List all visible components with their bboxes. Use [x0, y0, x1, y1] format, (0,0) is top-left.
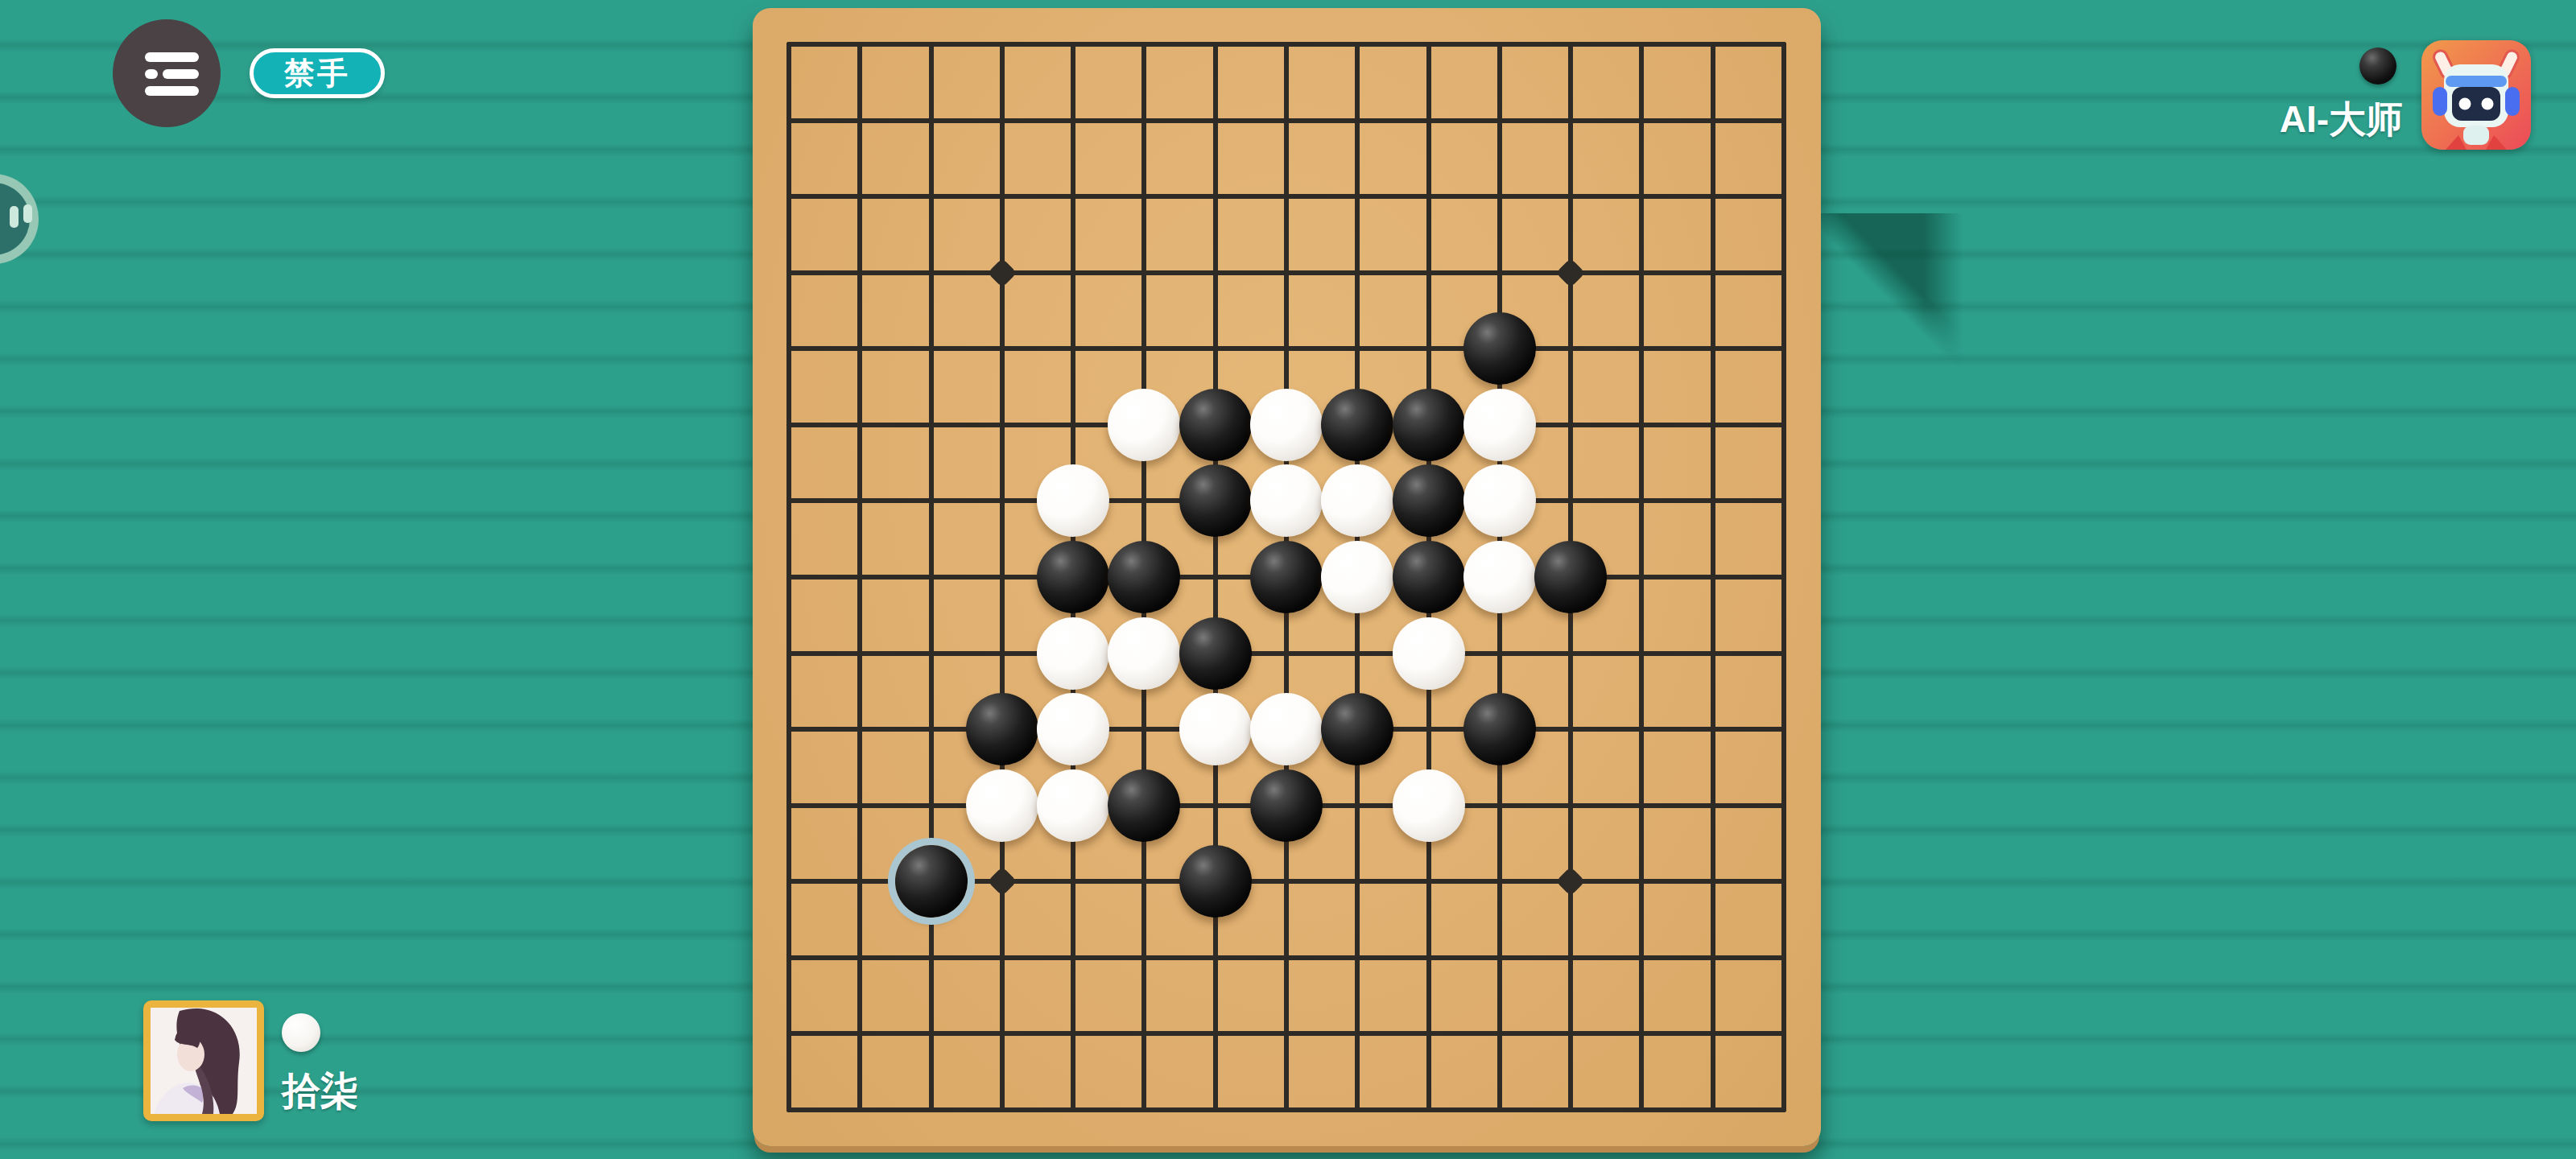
white-stone	[1037, 617, 1109, 690]
grid-line	[1711, 42, 1715, 1112]
white-stone	[1108, 617, 1180, 690]
black-stone	[966, 693, 1038, 765]
white-stone	[1037, 464, 1109, 537]
board-grid[interactable]	[789, 44, 1784, 1110]
black-stone	[895, 845, 968, 918]
opponent-black-stone-indicator	[2359, 47, 2396, 85]
black-stone	[1393, 389, 1465, 461]
white-stone	[1037, 693, 1109, 765]
grid-line	[1639, 42, 1644, 1112]
white-stone	[1393, 617, 1465, 690]
board-cast-shadow	[1821, 213, 1963, 1159]
black-stone	[1463, 693, 1536, 765]
grid-line	[1781, 42, 1786, 1112]
forbidden-move-rule-badge[interactable]: 禁手	[250, 48, 385, 98]
black-stone	[1534, 541, 1607, 613]
black-stone	[1321, 389, 1393, 461]
grid-line	[786, 1107, 1786, 1112]
game-screen: 禁手 AI-大师	[0, 0, 2576, 1159]
gomoku-board	[753, 8, 1821, 1146]
white-stone	[1250, 464, 1323, 537]
black-stone	[1393, 464, 1465, 537]
black-stone	[1179, 845, 1252, 918]
white-stone	[1463, 389, 1536, 461]
black-stone	[1179, 464, 1252, 537]
star-point	[987, 867, 1017, 897]
girl-portrait-icon	[151, 1008, 257, 1114]
star-point	[1556, 258, 1586, 287]
black-stone	[1393, 541, 1465, 613]
star-point	[987, 258, 1017, 287]
black-stone	[1108, 769, 1180, 842]
player-avatar[interactable]	[143, 1000, 264, 1121]
grid-line	[786, 955, 1786, 960]
white-stone	[1321, 541, 1393, 613]
white-stone	[1463, 541, 1536, 613]
black-stone	[1037, 541, 1109, 613]
grid-line	[786, 651, 1786, 656]
black-stone	[1179, 389, 1252, 461]
white-stone	[1108, 389, 1180, 461]
side-pause-tab[interactable]	[0, 174, 39, 264]
white-stone	[1250, 693, 1323, 765]
black-stone	[1321, 693, 1393, 765]
robot-avatar-icon	[2421, 40, 2531, 150]
black-stone	[1250, 769, 1323, 842]
white-stone	[1250, 389, 1323, 461]
black-stone	[1179, 617, 1252, 690]
star-point	[1556, 867, 1586, 897]
player-name: 拾柒	[282, 1066, 359, 1117]
black-stone	[1108, 541, 1180, 613]
white-stone	[1179, 693, 1252, 765]
black-stone	[1463, 312, 1536, 385]
opponent-name: AI-大师	[2081, 95, 2403, 145]
menu-button[interactable]	[113, 19, 221, 127]
white-stone	[1037, 769, 1109, 842]
white-stone	[1321, 464, 1393, 537]
white-stone	[1393, 769, 1465, 842]
white-stone	[1463, 464, 1536, 537]
grid-line	[786, 1031, 1786, 1036]
black-stone	[1250, 541, 1323, 613]
white-stone	[966, 769, 1038, 842]
opponent-avatar[interactable]	[2421, 40, 2531, 150]
rule-badge-label: 禁手	[284, 53, 350, 94]
player-white-stone-indicator	[282, 1013, 320, 1052]
